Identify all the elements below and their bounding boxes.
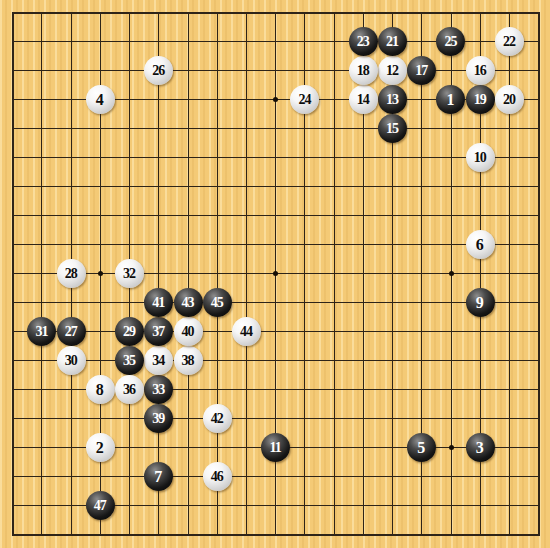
move-number: 32 — [123, 259, 135, 288]
move-number: 22 — [503, 27, 515, 56]
stone-18-white: 18 — [349, 56, 378, 85]
stone-11-black: 11 — [261, 433, 290, 462]
move-number: 11 — [270, 433, 281, 462]
move-number: 7 — [154, 462, 162, 491]
move-number: 4 — [96, 85, 104, 114]
move-number: 39 — [152, 404, 164, 433]
stone-13-black: 13 — [378, 85, 407, 114]
move-number: 21 — [386, 27, 398, 56]
stone-29-black: 29 — [115, 317, 144, 346]
stone-45-black: 45 — [203, 288, 232, 317]
stone-47-black: 47 — [86, 491, 115, 520]
stone-27-black: 27 — [57, 317, 86, 346]
stone-7-black: 7 — [144, 462, 173, 491]
move-number: 5 — [417, 433, 425, 462]
stone-39-black: 39 — [144, 404, 173, 433]
stone-30-white: 30 — [57, 346, 86, 375]
move-number: 27 — [65, 317, 77, 346]
move-number: 9 — [476, 288, 484, 317]
stone-33-black: 33 — [144, 375, 173, 404]
stone-26-white: 26 — [144, 56, 173, 85]
stone-16-white: 16 — [466, 56, 495, 85]
stone-28-white: 28 — [57, 259, 86, 288]
move-number: 45 — [211, 288, 223, 317]
stone-38-white: 38 — [174, 346, 203, 375]
stone-1-black: 1 — [436, 85, 465, 114]
stone-15-black: 15 — [378, 114, 407, 143]
stone-6-white: 6 — [466, 230, 495, 259]
stone-44-white: 44 — [232, 317, 261, 346]
move-number: 8 — [96, 375, 104, 404]
stones-layer: 1234567891011121314151617181920212223242… — [0, 0, 550, 548]
move-number: 33 — [152, 375, 164, 404]
move-number: 29 — [123, 317, 135, 346]
stone-25-black: 25 — [436, 27, 465, 56]
move-number: 31 — [35, 317, 47, 346]
move-number: 23 — [357, 27, 369, 56]
stone-23-black: 23 — [349, 27, 378, 56]
move-number: 10 — [474, 143, 486, 172]
stone-35-black: 35 — [115, 346, 144, 375]
stone-10-white: 10 — [466, 143, 495, 172]
stone-14-white: 14 — [349, 85, 378, 114]
go-board-diagram: 1234567891011121314151617181920212223242… — [0, 0, 550, 548]
stone-37-black: 37 — [144, 317, 173, 346]
move-number: 16 — [474, 56, 486, 85]
stone-12-white: 12 — [378, 56, 407, 85]
stone-9-black: 9 — [466, 288, 495, 317]
move-number: 44 — [240, 317, 252, 346]
stone-8-white: 8 — [86, 375, 115, 404]
stone-19-black: 19 — [466, 85, 495, 114]
move-number: 20 — [503, 85, 515, 114]
move-number: 17 — [415, 56, 427, 85]
stone-3-black: 3 — [466, 433, 495, 462]
move-number: 19 — [474, 85, 486, 114]
stone-41-black: 41 — [144, 288, 173, 317]
move-number: 37 — [152, 317, 164, 346]
stone-34-white: 34 — [144, 346, 173, 375]
stone-5-black: 5 — [407, 433, 436, 462]
stone-24-white: 24 — [290, 85, 319, 114]
move-number: 18 — [357, 56, 369, 85]
stone-46-white: 46 — [203, 462, 232, 491]
move-number: 47 — [94, 491, 106, 520]
move-number: 15 — [386, 114, 398, 143]
move-number: 34 — [152, 346, 164, 375]
move-number: 24 — [298, 85, 310, 114]
stone-20-white: 20 — [495, 85, 524, 114]
stone-36-white: 36 — [115, 375, 144, 404]
move-number: 1 — [446, 85, 454, 114]
move-number: 14 — [357, 85, 369, 114]
move-number: 2 — [96, 433, 104, 462]
move-number: 30 — [65, 346, 77, 375]
stone-42-white: 42 — [203, 404, 232, 433]
stone-17-black: 17 — [407, 56, 436, 85]
move-number: 35 — [123, 346, 135, 375]
move-number: 46 — [211, 462, 223, 491]
stone-31-black: 31 — [27, 317, 56, 346]
move-number: 36 — [123, 375, 135, 404]
stone-40-white: 40 — [174, 317, 203, 346]
stone-21-black: 21 — [378, 27, 407, 56]
move-number: 3 — [476, 433, 484, 462]
move-number: 13 — [386, 85, 398, 114]
stone-32-white: 32 — [115, 259, 144, 288]
move-number: 40 — [182, 317, 194, 346]
move-number: 26 — [152, 56, 164, 85]
stone-2-white: 2 — [86, 433, 115, 462]
stone-43-black: 43 — [174, 288, 203, 317]
move-number: 28 — [65, 259, 77, 288]
move-number: 25 — [444, 27, 456, 56]
move-number: 41 — [152, 288, 164, 317]
move-number: 38 — [182, 346, 194, 375]
move-number: 12 — [386, 56, 398, 85]
move-number: 43 — [182, 288, 194, 317]
move-number: 6 — [476, 230, 484, 259]
move-number: 42 — [211, 404, 223, 433]
stone-4-white: 4 — [86, 85, 115, 114]
stone-22-white: 22 — [495, 27, 524, 56]
